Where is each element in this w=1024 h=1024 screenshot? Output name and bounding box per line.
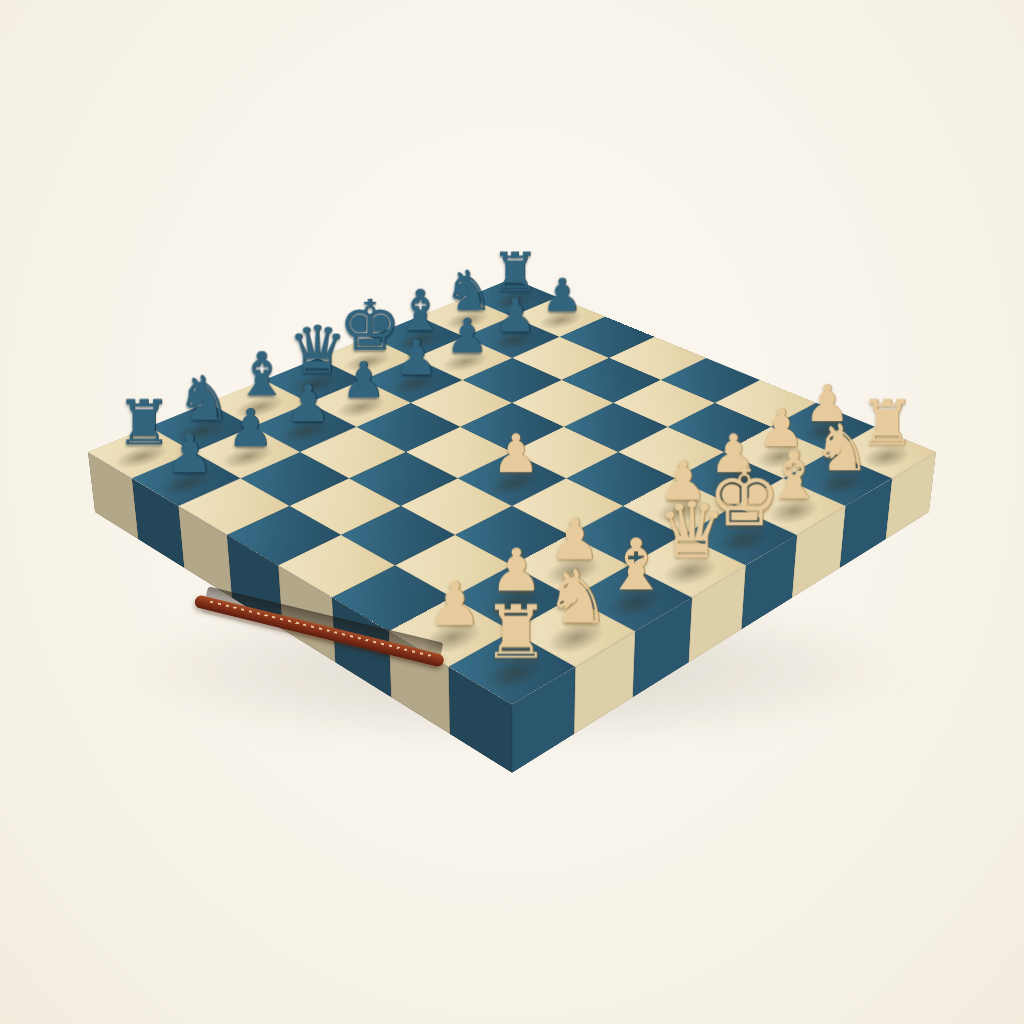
black-knight-b8[interactable]: ♞: [176, 370, 231, 429]
black-pawn-g7[interactable]: ♟: [494, 294, 536, 338]
square-e6[interactable]: [411, 380, 512, 427]
white-pawn-a2[interactable]: ♟: [427, 576, 481, 633]
square-h4[interactable]: [661, 358, 760, 403]
white-bishop-c1[interactable]: ♝: [604, 532, 668, 600]
black-queen-d8[interactable]: ♛: [287, 319, 346, 381]
black-rook-a8[interactable]: ♜: [116, 395, 172, 454]
black-pawn-e7[interactable]: ♟: [394, 335, 438, 381]
white-pawn-d4[interactable]: ♟: [491, 429, 539, 480]
white-rook-a1[interactable]: ♜: [483, 599, 549, 669]
square-f5[interactable]: [512, 380, 613, 427]
black-pawn-d7[interactable]: ♟: [340, 357, 385, 404]
black-pawn-a7[interactable]: ♟: [165, 429, 213, 480]
black-pawn-h7[interactable]: ♟: [541, 274, 582, 317]
black-king-e8[interactable]: ♚: [338, 293, 400, 359]
black-pawn-b7[interactable]: ♟: [226, 404, 273, 453]
black-pawn-c7[interactable]: ♟: [285, 380, 331, 428]
white-knight-b1[interactable]: ♞: [545, 564, 611, 634]
black-pawn-f7[interactable]: ♟: [445, 314, 488, 359]
black-bishop-c8[interactable]: ♝: [234, 347, 288, 404]
